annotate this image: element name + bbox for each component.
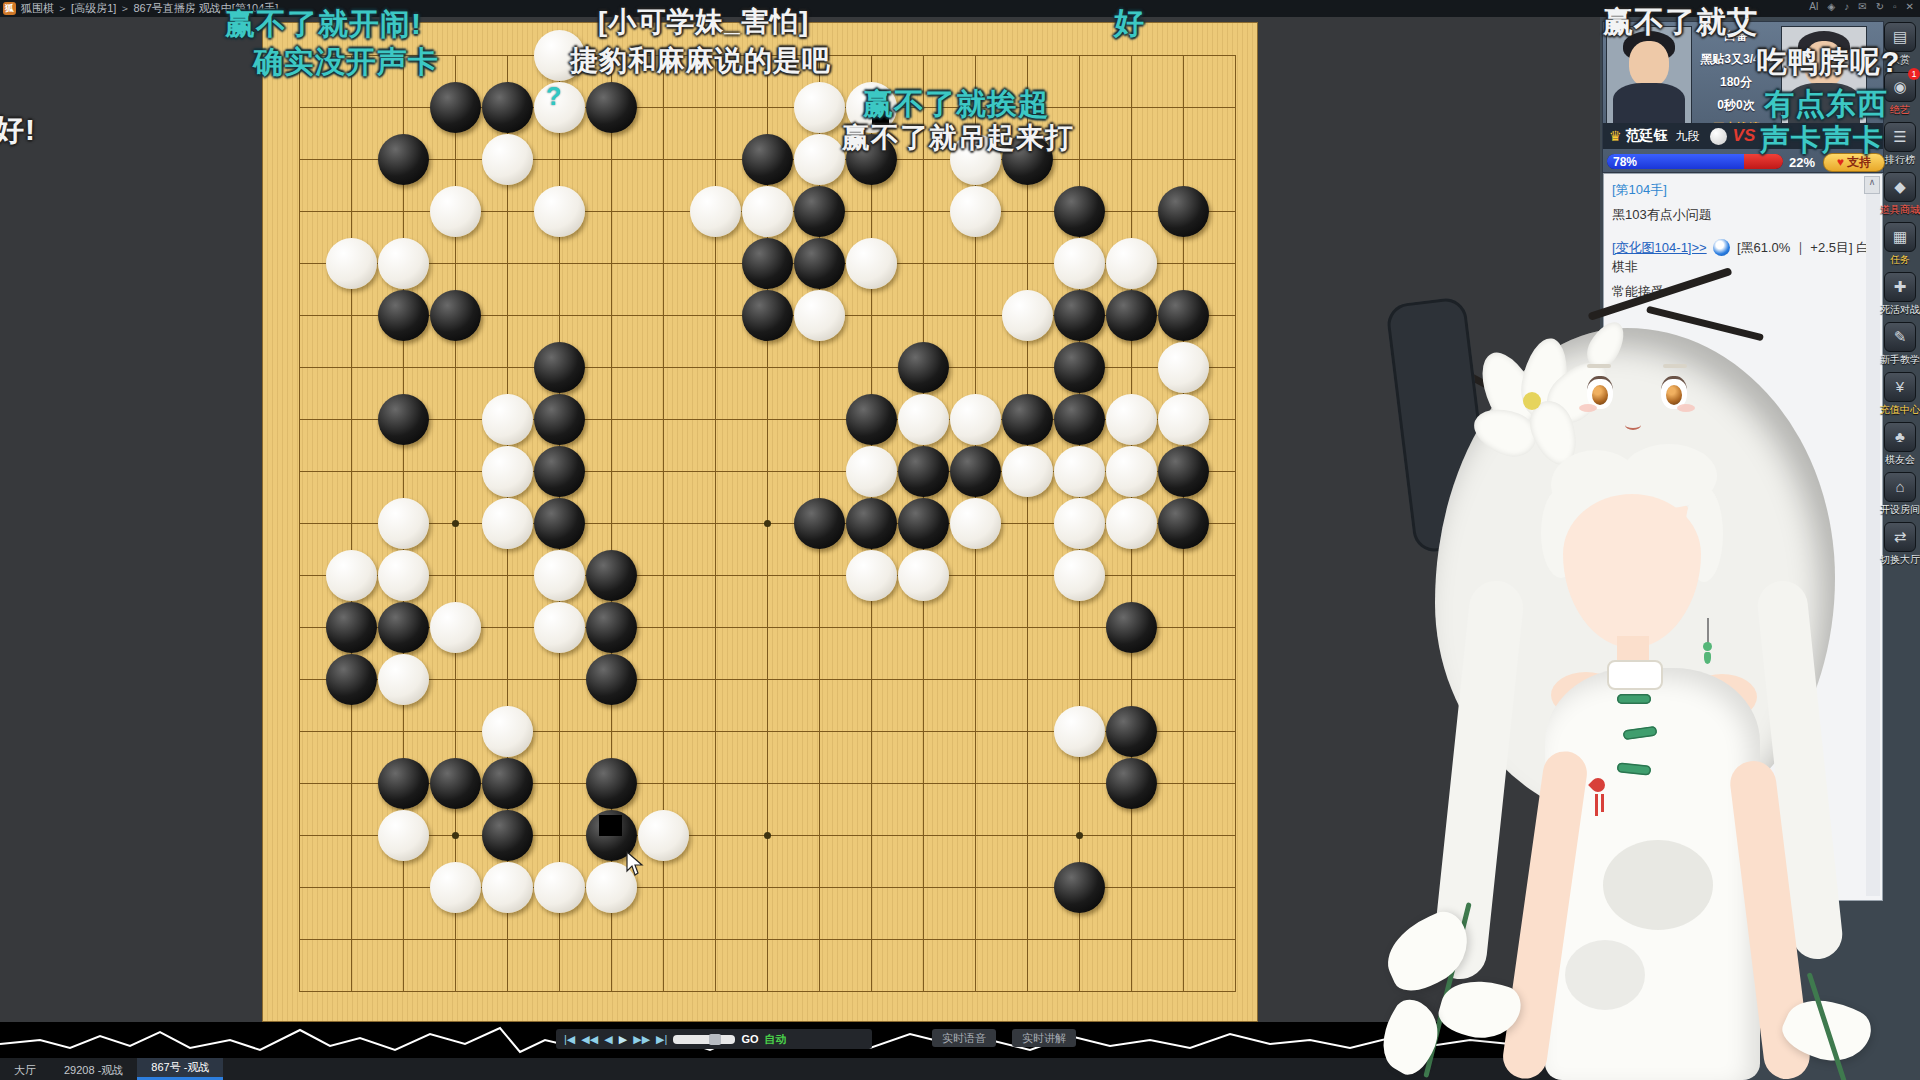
sidebar-item-label: 新手教学 <box>1880 354 1920 365</box>
white-stone-4-13 <box>482 706 533 757</box>
white-stone-11-10 <box>846 550 897 601</box>
star-point <box>452 520 459 527</box>
playback-slider[interactable] <box>673 1035 735 1044</box>
playback-button-▶|[interactable]: ▶| <box>656 1033 667 1046</box>
black-stone-4-15 <box>482 810 533 861</box>
white-stone-3-11 <box>430 602 481 653</box>
move-number-header: [第104手] <box>1612 180 1874 199</box>
scrollbar-track[interactable] <box>1866 194 1880 896</box>
black-stone-9-2 <box>742 134 793 185</box>
titlebar-icon-✉[interactable]: ✉ <box>1858 1 1866 12</box>
titlebar-icon-↻[interactable]: ↻ <box>1876 1 1884 12</box>
white-stone-15-4 <box>1054 238 1105 289</box>
sidebar-item-排行榜[interactable]: ☰排行榜 <box>1880 122 1920 165</box>
titlebar-icons: AI◈♪✉↻▫✕ <box>1809 1 1914 12</box>
black-stone-3-5 <box>430 290 481 341</box>
sidebar-item-任务[interactable]: ▦任务 <box>1880 222 1920 265</box>
titlebar-icon-AI[interactable]: AI <box>1809 1 1818 12</box>
white-stone-2-12 <box>378 654 429 705</box>
white-stone-12-10 <box>898 550 949 601</box>
hover-square-marker <box>599 815 622 836</box>
white-stone-2-15 <box>378 810 429 861</box>
white-stone-10-5 <box>794 290 845 341</box>
black-stone-1-11 <box>326 602 377 653</box>
status-tab[interactable]: 大厅 <box>0 1061 50 1080</box>
go-broadcast-app: 狐 狐围棋 ＞ [高级房1] ＞ 867号直播房 观战中[第104手] AI◈♪… <box>0 0 1920 1080</box>
white-stone-8-3 <box>690 186 741 237</box>
phone-silhouette <box>1385 296 1495 554</box>
black-stone-2-7 <box>378 394 429 445</box>
sidebar-item-开设房间[interactable]: ⌂开设房间 <box>1880 472 1920 515</box>
live-voice-button[interactable]: 实时语音 <box>932 1029 996 1047</box>
sidebar-item-切换大厅[interactable]: ⇄切换大厅 <box>1880 522 1920 565</box>
black-stone-17-9 <box>1158 498 1209 549</box>
black-stone-15-7 <box>1054 394 1105 445</box>
black-stone-12-9 <box>898 498 949 549</box>
danmaku-comment: 赢不了就开闹! <box>225 4 422 45</box>
black-stone-1-12 <box>326 654 377 705</box>
white-stone-9-3 <box>742 186 793 237</box>
black-stone-10-3 <box>794 186 845 237</box>
white-stone-icon <box>1710 128 1727 145</box>
ai-eval-text-2: 常能接受 <box>1612 282 1874 301</box>
playback-button-◀[interactable]: ◀ <box>604 1033 612 1046</box>
black-stone-6-14 <box>586 758 637 809</box>
black-stone-9-4 <box>742 238 793 289</box>
playback-button-|◀[interactable]: |◀ <box>564 1033 575 1046</box>
black-stone-2-5 <box>378 290 429 341</box>
black-stone-5-8 <box>534 446 585 497</box>
sidebar-item-label: 排行榜 <box>1880 154 1920 165</box>
white-stone-1-4 <box>326 238 377 289</box>
white-stone-16-9 <box>1106 498 1157 549</box>
white-stone-15-8 <box>1054 446 1105 497</box>
white-stone-13-7 <box>950 394 1001 445</box>
black-stone-15-5 <box>1054 290 1105 341</box>
grid-line <box>299 679 1236 680</box>
black-stone-6-11 <box>586 602 637 653</box>
black-stone-2-2 <box>378 134 429 185</box>
black-stone-12-6 <box>898 342 949 393</box>
black-stone-16-14 <box>1106 758 1157 809</box>
right-info-panel: 白番 黑贴3又3/4子 180分 0秒0次 历史战绩 ♛ 范廷钰 九段 VS 7 <box>1600 17 1920 1080</box>
black-stone-4-14 <box>482 758 533 809</box>
blush <box>1579 404 1597 412</box>
sidebar-item-label: 道具商城 <box>1880 204 1920 215</box>
black-stone-16-11 <box>1106 602 1157 653</box>
black-stone-11-7 <box>846 394 897 445</box>
sidebar-item-新手教学[interactable]: ✎新手教学 <box>1880 322 1920 365</box>
black-stone-15-6 <box>1054 342 1105 393</box>
white-stone-3-3 <box>430 186 481 237</box>
white-stone-5-3 <box>534 186 585 237</box>
新手教学-icon: ✎ <box>1884 322 1916 352</box>
sidebar-item-道具商城[interactable]: ◆道具商城 <box>1880 172 1920 215</box>
sidebar-item-label: 死活对战 <box>1880 304 1920 315</box>
playback-button-▶▶[interactable]: ▶▶ <box>633 1033 650 1046</box>
black-stone-2-14 <box>378 758 429 809</box>
go-board[interactable] <box>262 22 1258 1022</box>
titlebar-icon-♪[interactable]: ♪ <box>1844 1 1849 12</box>
white-stone-4-7 <box>482 394 533 445</box>
black-stone-17-3 <box>1158 186 1209 237</box>
white-stone-15-13 <box>1054 706 1105 757</box>
app-logo-icon: 狐 <box>3 2 16 15</box>
sidebar-item-label: 任务 <box>1880 254 1920 265</box>
black-stone-10-9 <box>794 498 845 549</box>
playback-button-◀◀[interactable]: ◀◀ <box>581 1033 598 1046</box>
red-tassel <box>1595 794 1598 816</box>
black-stone-3-1 <box>430 82 481 133</box>
任务-icon: ▦ <box>1884 222 1916 252</box>
sidebar-item-label: 充值中心 <box>1880 404 1920 415</box>
danmaku-comment: 吃鸭脖呢? <box>1757 42 1900 83</box>
black-stone-5-9 <box>534 498 585 549</box>
crown-icon: ♛ <box>1609 128 1622 144</box>
variation-link[interactable]: [变化图104-1]>> <box>1612 240 1707 255</box>
live-commentary-button[interactable]: 实时讲解 <box>1012 1029 1076 1047</box>
white-stone-3-16 <box>430 862 481 913</box>
sidebar-item-label: 开设房间 <box>1880 504 1920 515</box>
black-stone-17-5 <box>1158 290 1209 341</box>
white-stone-17-6 <box>1158 342 1209 393</box>
white-stone-10-2 <box>794 134 845 185</box>
white-stone-4-2 <box>482 134 533 185</box>
white-stone-4-16 <box>482 862 533 913</box>
white-stone-16-7 <box>1106 394 1157 445</box>
white-stone-2-9 <box>378 498 429 549</box>
auto-play-button[interactable]: 自动 <box>765 1032 787 1047</box>
sidebar-item-棋友会[interactable]: ♣棋友会 <box>1880 422 1920 465</box>
black-stone-2-11 <box>378 602 429 653</box>
white-stone-2-10 <box>378 550 429 601</box>
flower-petal <box>1467 400 1542 463</box>
white-stone-15-9 <box>1054 498 1105 549</box>
player-left-rank: 九段 <box>1676 128 1700 145</box>
棋友会-icon: ♣ <box>1884 422 1916 452</box>
mini-link-support[interactable]: 支持 <box>1726 686 1803 703</box>
white-stone-14-8 <box>1002 446 1053 497</box>
white-stone-16-8 <box>1106 446 1157 497</box>
black-stone-15-16 <box>1054 862 1105 913</box>
black-stone-13-8 <box>950 446 1001 497</box>
scroll-up-button[interactable]: ∧ <box>1864 176 1880 194</box>
flower-petal <box>1516 335 1573 421</box>
black-stone-15-3 <box>1054 186 1105 237</box>
danmaku-comment: 赢不了就艾 <box>1603 2 1758 43</box>
black-stone-3-14 <box>430 758 481 809</box>
black-stone-6-10 <box>586 550 637 601</box>
black-stone-16-5 <box>1106 290 1157 341</box>
排行榜-icon: ☰ <box>1884 122 1916 152</box>
white-stone-10-1 <box>794 82 845 133</box>
black-stone-10-4 <box>794 238 845 289</box>
sidebar-item-死活对战[interactable]: ✚死活对战 <box>1880 272 1920 315</box>
切换大厅-icon: ⇄ <box>1884 522 1916 552</box>
开设房间-icon: ⌂ <box>1884 472 1916 502</box>
black-stone-16-13 <box>1106 706 1157 757</box>
sidebar-item-label: 切换大厅 <box>1880 554 1920 565</box>
lily-flower <box>1376 905 1481 998</box>
mini-link-clear-chat[interactable]: 一键清屏谈话。 <box>1726 703 1803 720</box>
white-stone-11-4 <box>846 238 897 289</box>
danmaku-comment: 有点东西 <box>1764 84 1888 125</box>
white-stone-4-8 <box>482 446 533 497</box>
black-stone-5-7 <box>534 394 585 445</box>
star-point <box>452 832 459 839</box>
mouse-cursor <box>626 851 646 877</box>
black-stone-17-8 <box>1158 446 1209 497</box>
white-stone-2-4 <box>378 238 429 289</box>
danmaku-comment: [小可学妹_害怕] <box>598 3 809 41</box>
black-stone-6-1 <box>586 82 637 133</box>
grid-line <box>299 939 1236 940</box>
status-tab[interactable]: 867号 -观战 <box>137 1058 223 1080</box>
go-label: GO <box>741 1033 758 1045</box>
star-point <box>1076 832 1083 839</box>
black-stone-12-8 <box>898 446 949 497</box>
vs-label: VS <box>1733 126 1756 146</box>
black-stone-5-6 <box>534 342 585 393</box>
danmaku-comment: 确实没开声卡 <box>253 42 439 83</box>
sidebar-item-label: 棋友会 <box>1880 454 1920 465</box>
white-stone-5-16 <box>534 862 585 913</box>
move-info-box: [第104手] 黑103有点小问题 [变化图104-1]>> [黑61.0% ｜… <box>1603 173 1883 901</box>
ai-engine-icon <box>1713 239 1730 256</box>
playback-button-▶[interactable]: ▶ <box>619 1033 627 1046</box>
branch-decoration <box>1419 347 1511 400</box>
danmaku-comment: 赢不了就吊起来打 <box>842 119 1074 157</box>
grid-line <box>299 991 1236 992</box>
white-stone-4-9 <box>482 498 533 549</box>
titlebar-icon-▫[interactable]: ▫ <box>1893 1 1897 12</box>
black-stone-9-5 <box>742 290 793 341</box>
white-stone-15-10 <box>1054 550 1105 601</box>
white-stone-5-10 <box>534 550 585 601</box>
white-stone-16-4 <box>1106 238 1157 289</box>
slider-knob[interactable] <box>709 1034 721 1045</box>
死活对战-icon: ✚ <box>1884 272 1916 302</box>
status-tab[interactable]: 29208 -观战 <box>50 1061 137 1080</box>
titlebar-icon-◈[interactable]: ◈ <box>1828 1 1836 12</box>
black-stone-11-9 <box>846 498 897 549</box>
white-stone-1-10 <box>326 550 377 601</box>
grid-line <box>1235 55 1236 992</box>
black-stone-14-7 <box>1002 394 1053 445</box>
white-stone-12-7 <box>898 394 949 445</box>
black-stone-4-1 <box>482 82 533 133</box>
danmaku-comment: 好 <box>1114 3 1145 44</box>
playback-toolbar: |◀◀◀◀▶▶▶▶| GO 自动 <box>556 1029 872 1049</box>
flower-center <box>1523 392 1541 410</box>
move-comment: 黑103有点小问题 <box>1612 205 1874 224</box>
notification-badge: 1 <box>1908 68 1920 80</box>
充值中心-icon: ¥ <box>1884 372 1916 402</box>
flower-petal <box>1471 344 1546 434</box>
hair-bang <box>1541 488 1581 578</box>
white-stone-11-8 <box>846 446 897 497</box>
white-stone-5-11 <box>534 602 585 653</box>
道具商城-icon: ◆ <box>1884 172 1916 202</box>
flower-petal <box>1523 395 1585 471</box>
white-stone-17-7 <box>1158 394 1209 445</box>
black-stone-6-12 <box>586 654 637 705</box>
sidebar-item-充值中心[interactable]: ¥充值中心 <box>1880 372 1920 415</box>
titlebar-icon-✕[interactable]: ✕ <box>1906 1 1914 12</box>
star-point <box>764 832 771 839</box>
white-stone-13-9 <box>950 498 1001 549</box>
danmaku-comment: 声卡声卡 <box>1760 120 1884 161</box>
player-left-name: 范廷钰 <box>1626 127 1668 145</box>
white-stone-14-5 <box>1002 290 1053 341</box>
question-mark-annotation: ? <box>546 82 561 111</box>
grid-line <box>1027 55 1028 992</box>
star-point <box>764 520 771 527</box>
danmaku-comment: 捷豹和麻麻说的是吧 <box>570 42 831 80</box>
danmaku-comment: 好! <box>0 110 36 151</box>
support-left-pct: 78% <box>1613 155 1637 169</box>
support-bar: 78% <box>1607 154 1783 169</box>
hair-strand <box>1430 578 1526 981</box>
white-stone-13-3 <box>950 186 1001 237</box>
